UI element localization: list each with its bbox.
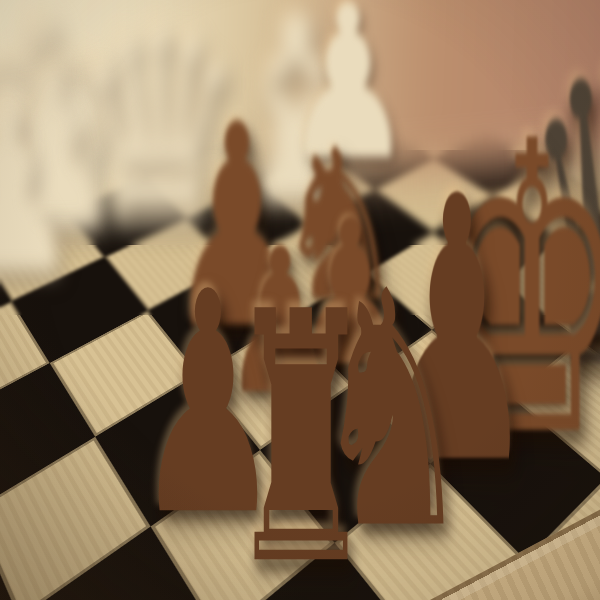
pieces-layer: ♚♟♛♝♟♟♛♚♟♞♟♟♟♟♜♞	[0, 0, 600, 600]
chess-photo-scene: ♚♟♛♝♟♟♛♚♟♞♟♟♟♟♜♞	[0, 0, 600, 600]
white-pawn-left-edge-icon: ♟	[0, 78, 83, 309]
black-knight-front-icon: ♞	[311, 249, 472, 574]
